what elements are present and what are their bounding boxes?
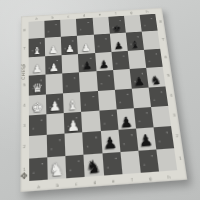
file-label: e xyxy=(104,178,123,184)
chess-board: ✥ CHESS abcdefgh abcdefgh 87654321 87654… xyxy=(20,8,187,192)
rank-label: 4 xyxy=(21,95,27,116)
square-c1[interactable] xyxy=(66,154,85,178)
square-f6[interactable] xyxy=(111,51,129,71)
photo-background: ✥ CHESS abcdefgh abcdefgh 87654321 87654… xyxy=(0,0,200,200)
piece-white-bishop[interactable]: ♝ xyxy=(29,46,46,57)
square-b2[interactable] xyxy=(47,134,66,157)
piece-black-pawn[interactable]: ♟ xyxy=(101,135,120,152)
square-e3[interactable] xyxy=(99,109,118,131)
piece-black-pawn[interactable]: ♟ xyxy=(117,114,136,130)
square-f1[interactable] xyxy=(120,150,140,174)
square-d8[interactable] xyxy=(76,18,93,36)
file-label: b xyxy=(48,182,67,188)
square-c2[interactable] xyxy=(65,133,84,156)
square-a2[interactable] xyxy=(29,135,47,158)
file-label: d xyxy=(85,180,104,186)
rank-label: 7 xyxy=(159,30,167,48)
square-h5[interactable]: ♞ xyxy=(146,67,165,87)
rank-label: 6 xyxy=(162,48,170,67)
square-f3[interactable]: ♟ xyxy=(116,108,136,130)
file-label: a xyxy=(29,16,45,20)
rank-labels-left: 87654321 xyxy=(21,22,28,182)
square-h8[interactable] xyxy=(140,14,158,32)
square-b6[interactable]: ♟ xyxy=(45,55,62,75)
square-b5[interactable] xyxy=(46,74,64,94)
square-d7[interactable]: ♟ xyxy=(77,35,94,54)
file-label: h xyxy=(159,174,178,180)
file-label: g xyxy=(141,175,160,181)
piece-white-queen[interactable]: ♛ xyxy=(29,82,46,95)
square-d4[interactable] xyxy=(80,91,99,112)
square-b8[interactable] xyxy=(44,20,61,38)
rank-label: 6 xyxy=(21,57,27,76)
square-e4[interactable] xyxy=(97,89,116,110)
file-label: f xyxy=(122,177,141,183)
square-a1[interactable] xyxy=(29,157,48,181)
rank-label: 8 xyxy=(21,22,27,40)
piece-white-pawn[interactable]: ♟ xyxy=(29,64,46,76)
square-d5[interactable] xyxy=(79,71,97,91)
square-h7[interactable] xyxy=(142,31,160,50)
piece-white-pawn[interactable]: ♟ xyxy=(45,63,62,75)
rank-label: 1 xyxy=(176,147,186,170)
board-grid: ♚♝♟♟♟♟♝♟♟♟♟♛♟♞♚♟♝♟♟♟♟♞♞ xyxy=(29,14,178,181)
file-label: a xyxy=(29,184,48,190)
square-a7[interactable]: ♝ xyxy=(29,38,46,57)
file-label: c xyxy=(67,181,86,187)
square-a6[interactable]: ♟ xyxy=(29,56,46,76)
square-c6[interactable] xyxy=(62,54,80,74)
square-a8[interactable] xyxy=(29,21,45,39)
square-f2[interactable] xyxy=(118,129,138,152)
piece-black-knight[interactable]: ♞ xyxy=(84,157,104,176)
file-label: e xyxy=(92,12,108,16)
piece-white-pawn[interactable]: ♟ xyxy=(46,100,64,114)
piece-black-bishop[interactable]: ♝ xyxy=(126,40,143,51)
piece-black-pawn[interactable]: ♟ xyxy=(110,41,127,52)
rank-label: 5 xyxy=(21,76,27,96)
square-b4[interactable]: ♟ xyxy=(46,93,64,114)
rank-label: 3 xyxy=(21,115,27,136)
piece-white-pawn[interactable]: ♟ xyxy=(61,44,78,55)
piece-white-pawn[interactable]: ♟ xyxy=(45,45,62,56)
square-b1[interactable]: ♞ xyxy=(47,156,66,180)
piece-white-knight[interactable]: ♞ xyxy=(47,160,66,179)
square-d1[interactable]: ♞ xyxy=(84,153,104,177)
square-b7[interactable]: ♟ xyxy=(45,37,62,56)
square-h1[interactable] xyxy=(156,148,177,172)
piece-white-king[interactable]: ♚ xyxy=(29,101,47,115)
square-h2[interactable] xyxy=(153,126,174,149)
square-e7[interactable] xyxy=(93,34,111,53)
square-d6[interactable]: ♟ xyxy=(78,53,96,73)
piece-white-pawn[interactable]: ♟ xyxy=(64,118,82,134)
square-c8[interactable] xyxy=(60,19,77,37)
square-h4[interactable] xyxy=(148,86,168,107)
rank-label: 5 xyxy=(164,66,173,85)
square-a5[interactable]: ♛ xyxy=(29,75,46,96)
square-a3[interactable] xyxy=(29,114,47,136)
square-d3[interactable] xyxy=(81,111,100,133)
square-f7[interactable]: ♟ xyxy=(110,33,128,52)
square-f8[interactable]: ♚ xyxy=(108,16,126,34)
square-e1[interactable] xyxy=(102,152,122,176)
square-e2[interactable]: ♟ xyxy=(100,130,120,153)
piece-white-pawn[interactable]: ♟ xyxy=(78,43,95,54)
rank-label: 2 xyxy=(21,136,27,158)
square-f5[interactable] xyxy=(113,69,132,89)
piece-black-pawn[interactable]: ♟ xyxy=(136,133,156,150)
square-h6[interactable] xyxy=(144,49,163,68)
rank-label: 4 xyxy=(167,85,176,105)
square-c3[interactable]: ♟ xyxy=(64,112,83,134)
square-d2[interactable] xyxy=(83,131,102,154)
rank-label: 1 xyxy=(21,158,28,181)
square-e8[interactable] xyxy=(92,17,109,35)
piece-black-knight[interactable]: ♞ xyxy=(147,74,165,87)
square-b3[interactable] xyxy=(46,113,64,135)
square-f4[interactable] xyxy=(114,88,133,109)
rank-label: 7 xyxy=(21,39,27,57)
piece-black-pawn[interactable]: ♟ xyxy=(95,59,112,71)
rank-label: 8 xyxy=(157,13,165,30)
square-e5[interactable] xyxy=(96,70,114,90)
square-a4[interactable]: ♚ xyxy=(29,94,47,115)
piece-white-bishop[interactable]: ♝ xyxy=(63,98,81,112)
rank-label: 2 xyxy=(173,126,182,148)
piece-black-pawn[interactable]: ♟ xyxy=(130,75,148,88)
square-e6[interactable]: ♟ xyxy=(95,52,113,72)
square-c5[interactable] xyxy=(62,72,80,92)
rank-label: 3 xyxy=(170,105,179,126)
square-h3[interactable] xyxy=(151,106,171,128)
piece-black-pawn[interactable]: ♟ xyxy=(79,60,96,72)
square-c4[interactable]: ♝ xyxy=(63,92,81,113)
square-c7[interactable]: ♟ xyxy=(61,36,78,55)
